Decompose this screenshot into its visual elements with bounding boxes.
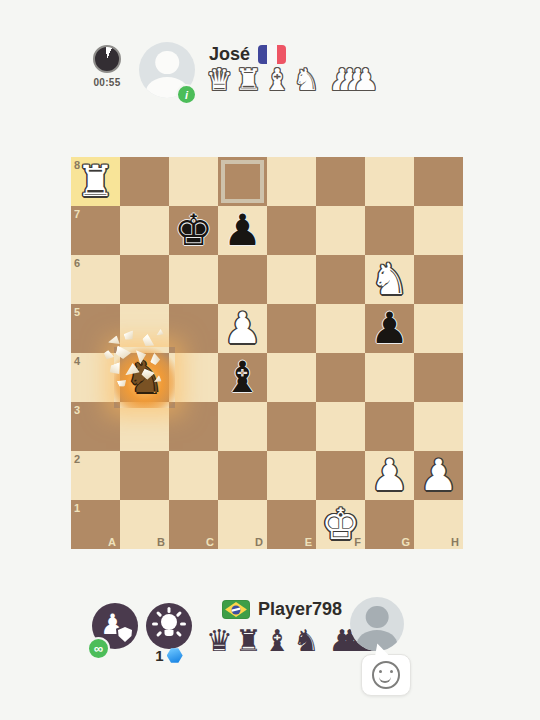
square-b3[interactable] [120, 402, 169, 451]
captured-bishop-icon: ♝ [264, 624, 291, 658]
white-pawn[interactable]: ♟ [414, 451, 463, 500]
square-b4[interactable]: ♞ [120, 353, 169, 402]
square-a8[interactable]: 8♜ [71, 157, 120, 206]
file-label-H: H [451, 536, 459, 548]
smiley-icon [372, 661, 400, 689]
square-h8[interactable] [414, 157, 463, 206]
square-e5[interactable] [267, 304, 316, 353]
rank-label-3: 3 [74, 404, 80, 416]
black-knight[interactable]: ♞ [120, 353, 169, 402]
clock-timer-icon [93, 45, 121, 73]
square-g6[interactable]: ♞ [365, 255, 414, 304]
square-f4[interactable] [316, 353, 365, 402]
square-d1[interactable]: D [218, 500, 267, 549]
square-e4[interactable] [267, 353, 316, 402]
rank-label-1: 1 [74, 502, 80, 514]
file-label-B: B [157, 536, 165, 548]
square-a3[interactable]: 3 [71, 402, 120, 451]
square-c1[interactable]: C [169, 500, 218, 549]
white-rook[interactable]: ♜ [71, 157, 120, 206]
black-pawn[interactable]: ♟ [218, 206, 267, 255]
avatar-silhouette-icon [366, 606, 389, 629]
chess-app: 00:55 i José ♛♜♝♞♟♟♟♟ 8♜7♚♟6♞5♟♟4♞♝32♟♟1… [0, 0, 540, 720]
white-king[interactable]: ♚ [316, 500, 365, 549]
square-h1[interactable]: H [414, 500, 463, 549]
game-assist-button[interactable]: ♟ ∞ [92, 603, 138, 649]
square-c6[interactable] [169, 255, 218, 304]
square-b7[interactable] [120, 206, 169, 255]
avatar-silhouette-icon [155, 51, 179, 75]
square-h7[interactable] [414, 206, 463, 255]
square-h5[interactable] [414, 304, 463, 353]
square-c2[interactable] [169, 451, 218, 500]
brazil-flag-icon [222, 600, 250, 619]
opponent-clock: 00:55 [84, 45, 130, 88]
player-name-row: Player798 [222, 599, 342, 620]
square-h2[interactable]: ♟ [414, 451, 463, 500]
player-name: Player798 [258, 599, 342, 620]
captured-rook-icon: ♜ [235, 624, 262, 658]
captured-knight-icon: ♞ [293, 63, 320, 97]
square-c5[interactable] [169, 304, 218, 353]
captured-queen-icon: ♛ [206, 624, 233, 658]
square-d3[interactable] [218, 402, 267, 451]
square-g7[interactable] [365, 206, 414, 255]
square-f7[interactable] [316, 206, 365, 255]
square-d4[interactable]: ♝ [218, 353, 267, 402]
square-b6[interactable] [120, 255, 169, 304]
square-e1[interactable]: E [267, 500, 316, 549]
captured-bishop-icon: ♝ [264, 63, 291, 97]
square-d8[interactable] [218, 157, 267, 206]
captured-pawn-icon: ♟ [352, 63, 379, 97]
square-c4[interactable] [169, 353, 218, 402]
file-label-D: D [255, 536, 263, 548]
black-pawn[interactable]: ♟ [365, 304, 414, 353]
rank-label-6: 6 [74, 257, 80, 269]
hint-button[interactable] [146, 603, 192, 649]
hint-cost-row: 1 [140, 647, 198, 664]
opponent-captured-tray: ♛♜♝♞♟♟♟♟ [206, 61, 381, 97]
hint-count: 1 [155, 647, 163, 664]
file-label-E: E [305, 536, 312, 548]
rank-label-7: 7 [74, 208, 80, 220]
square-g8[interactable] [365, 157, 414, 206]
square-g3[interactable] [365, 402, 414, 451]
square-a7[interactable]: 7 [71, 206, 120, 255]
gem-icon [167, 648, 183, 664]
square-f8[interactable] [316, 157, 365, 206]
square-d2[interactable] [218, 451, 267, 500]
square-b8[interactable] [120, 157, 169, 206]
square-a6[interactable]: 6 [71, 255, 120, 304]
square-e3[interactable] [267, 402, 316, 451]
square-e2[interactable] [267, 451, 316, 500]
infinity-badge: ∞ [87, 637, 110, 660]
square-d7[interactable]: ♟ [218, 206, 267, 255]
square-g5[interactable]: ♟ [365, 304, 414, 353]
square-f6[interactable] [316, 255, 365, 304]
square-c8[interactable] [169, 157, 218, 206]
square-g4[interactable] [365, 353, 414, 402]
square-e6[interactable] [267, 255, 316, 304]
square-e8[interactable] [267, 157, 316, 206]
white-knight[interactable]: ♞ [365, 255, 414, 304]
rank-label-4: 4 [74, 355, 80, 367]
square-c3[interactable] [169, 402, 218, 451]
chat-emoji-button[interactable] [361, 654, 411, 696]
file-label-A: A [108, 536, 116, 548]
square-g1[interactable]: G [365, 500, 414, 549]
square-h6[interactable] [414, 255, 463, 304]
white-pawn[interactable]: ♟ [218, 304, 267, 353]
square-g2[interactable]: ♟ [365, 451, 414, 500]
square-b1[interactable]: B [120, 500, 169, 549]
premove-outline [221, 160, 264, 203]
square-b5[interactable] [120, 304, 169, 353]
square-d6[interactable] [218, 255, 267, 304]
square-f5[interactable] [316, 304, 365, 353]
square-f3[interactable] [316, 402, 365, 451]
square-a1[interactable]: 1A [71, 500, 120, 549]
opponent-clock-time: 00:55 [84, 77, 130, 88]
black-bishop[interactable]: ♝ [218, 353, 267, 402]
square-b2[interactable] [120, 451, 169, 500]
file-label-G: G [401, 536, 410, 548]
square-a4[interactable]: 4 [71, 353, 120, 402]
rank-label-5: 5 [74, 306, 80, 318]
square-d5[interactable]: ♟ [218, 304, 267, 353]
white-pawn[interactable]: ♟ [365, 451, 414, 500]
square-h3[interactable] [414, 402, 463, 451]
lightbulb-icon [161, 614, 177, 630]
square-c7[interactable]: ♚ [169, 206, 218, 255]
rank-label-2: 2 [74, 453, 80, 465]
info-badge[interactable]: i [176, 84, 197, 105]
black-king[interactable]: ♚ [169, 206, 218, 255]
file-label-C: C [206, 536, 214, 548]
captured-rook-icon: ♜ [235, 63, 262, 97]
square-a5[interactable]: 5 [71, 304, 120, 353]
captured-knight-icon: ♞ [293, 624, 320, 658]
square-e7[interactable] [267, 206, 316, 255]
square-a2[interactable]: 2 [71, 451, 120, 500]
square-f1[interactable]: F♚ [316, 500, 365, 549]
chess-board[interactable]: 8♜7♚♟6♞5♟♟4♞♝32♟♟1ABCDEF♚GH [71, 157, 463, 549]
square-h4[interactable] [414, 353, 463, 402]
captured-queen-icon: ♛ [206, 63, 233, 97]
square-f2[interactable] [316, 451, 365, 500]
